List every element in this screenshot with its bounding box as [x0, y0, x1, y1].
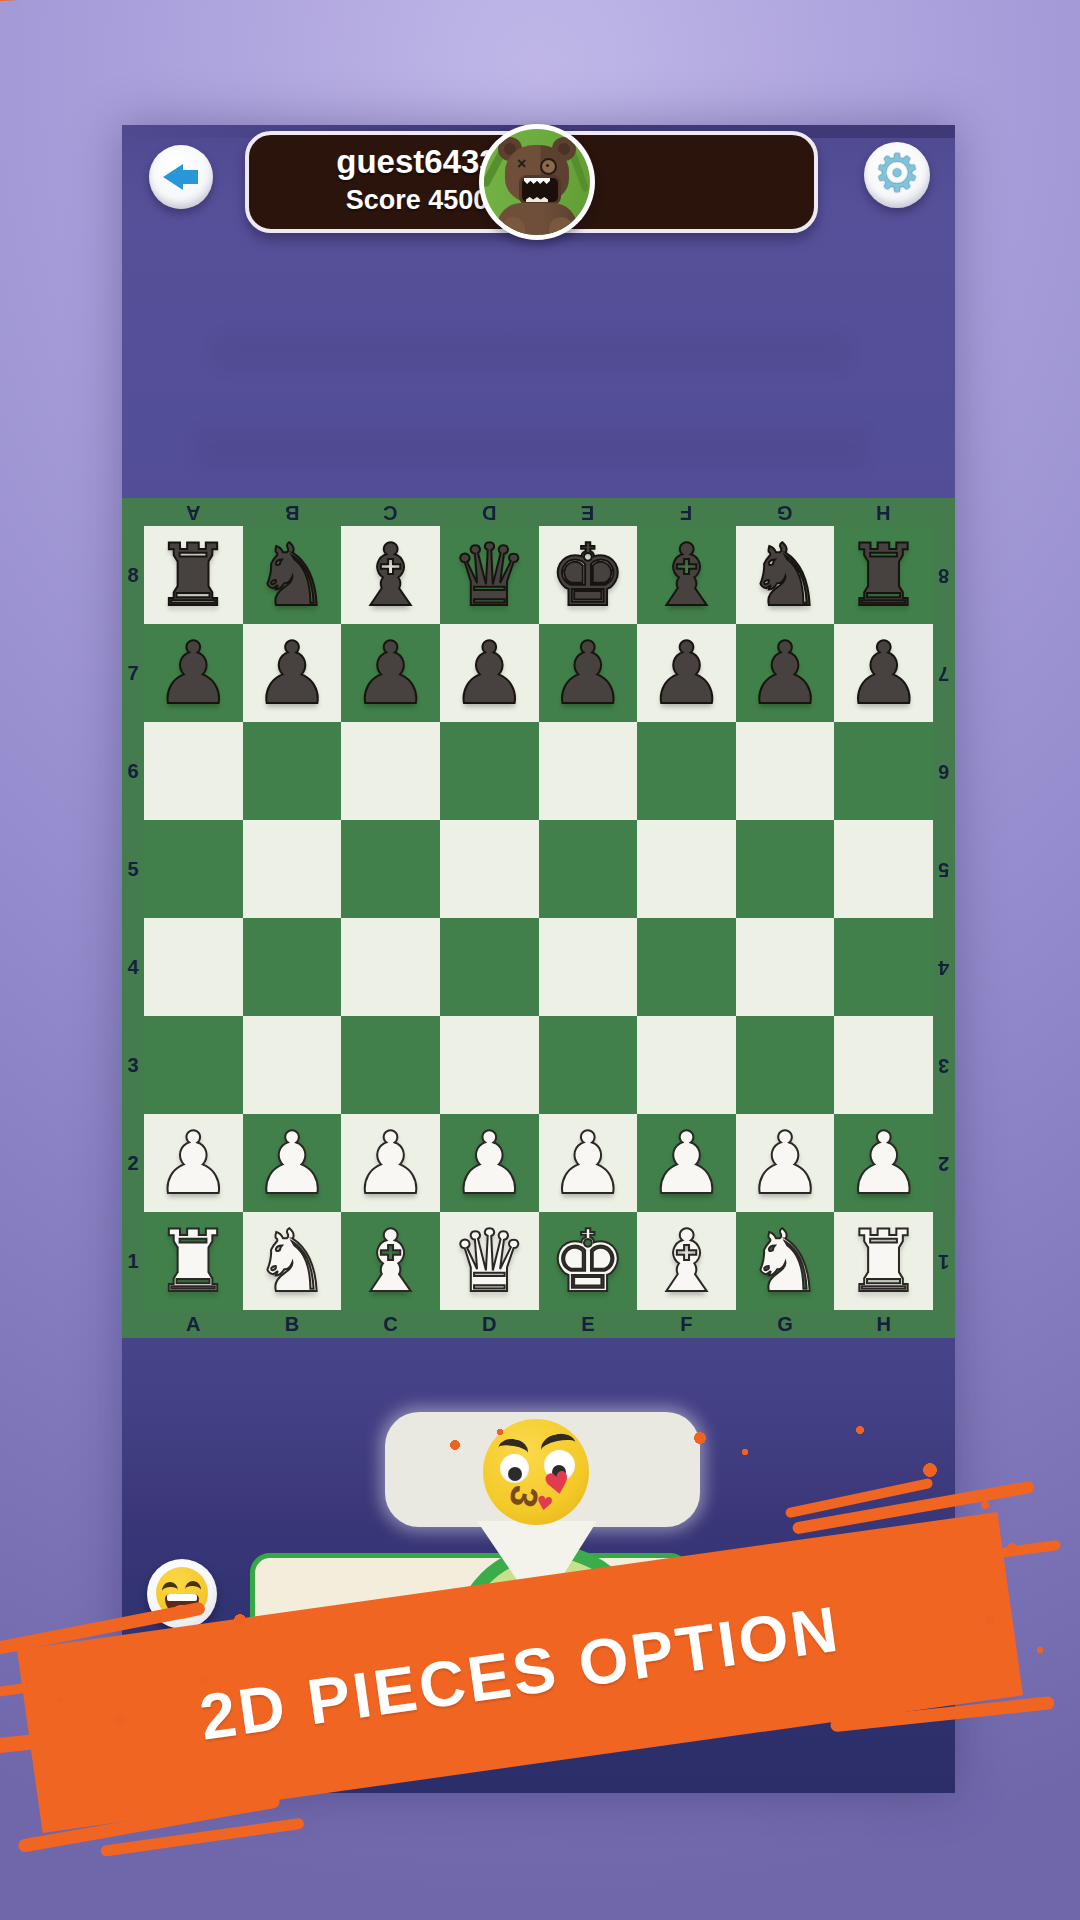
piece-white-pawn: ♟ — [736, 1114, 835, 1212]
player-avatar: × — [479, 124, 595, 240]
piece-white-pawn: ♟ — [440, 1114, 539, 1212]
board-corner — [122, 1310, 144, 1338]
rank-label-left-5: 5 — [122, 820, 144, 918]
square-b1[interactable]: ♞ — [243, 1212, 342, 1310]
square-d3[interactable] — [440, 1016, 539, 1114]
piece-white-bishop: ♝ — [341, 1212, 440, 1310]
square-h2[interactable]: ♟ — [834, 1114, 933, 1212]
board-corner — [933, 1310, 955, 1338]
piece-white-pawn: ♟ — [637, 1114, 736, 1212]
bear-button-eye — [540, 158, 557, 175]
piece-white-pawn: ♟ — [834, 1114, 933, 1212]
square-f2[interactable]: ♟ — [637, 1114, 736, 1212]
piece-black-pawn: ♟ — [341, 624, 440, 722]
heart-icon: ♥ — [534, 1491, 555, 1516]
square-f5[interactable] — [637, 820, 736, 918]
kissing-face-emoji-icon: 3 ♥ ♥ — [483, 1419, 589, 1525]
piece-white-rook: ♜ — [144, 1212, 243, 1310]
square-d6[interactable] — [440, 722, 539, 820]
square-h6[interactable] — [834, 722, 933, 820]
chess-board: ABCDEFGH8♜♞♝♛♚♝♞♜87♟♟♟♟♟♟♟♟7665544332♟♟♟… — [122, 498, 955, 1338]
square-e3[interactable] — [539, 1016, 638, 1114]
square-c7[interactable]: ♟ — [341, 624, 440, 722]
piece-black-queen: ♛ — [440, 526, 539, 624]
rank-label-left-3: 3 — [122, 1016, 144, 1114]
square-b3[interactable] — [243, 1016, 342, 1114]
piece-black-pawn: ♟ — [736, 624, 835, 722]
piece-white-pawn: ♟ — [144, 1114, 243, 1212]
piece-white-bishop: ♝ — [637, 1212, 736, 1310]
square-c8[interactable]: ♝ — [341, 526, 440, 624]
piece-black-pawn: ♟ — [243, 624, 342, 722]
piece-black-pawn: ♟ — [637, 624, 736, 722]
square-e1[interactable]: ♚ — [539, 1212, 638, 1310]
square-g5[interactable] — [736, 820, 835, 918]
bear-x-eye: × — [517, 155, 526, 173]
rank-label-right-6: 6 — [933, 722, 955, 820]
piece-white-king: ♚ — [539, 1212, 638, 1310]
file-label-top-c: C — [341, 498, 440, 526]
rank-label-left-1: 1 — [122, 1212, 144, 1310]
square-g3[interactable] — [736, 1016, 835, 1114]
square-c4[interactable] — [341, 918, 440, 1016]
file-label-top-b: B — [243, 498, 342, 526]
square-g1[interactable]: ♞ — [736, 1212, 835, 1310]
square-e8[interactable]: ♚ — [539, 526, 638, 624]
square-e4[interactable] — [539, 918, 638, 1016]
square-c1[interactable]: ♝ — [341, 1212, 440, 1310]
square-h1[interactable]: ♜ — [834, 1212, 933, 1310]
piece-black-pawn: ♟ — [144, 624, 243, 722]
square-d4[interactable] — [440, 918, 539, 1016]
promo-banner-text: 2D PIECES OPTION — [195, 1591, 844, 1754]
bear-mouth — [519, 175, 561, 205]
piece-black-pawn: ♟ — [539, 624, 638, 722]
square-f4[interactable] — [637, 918, 736, 1016]
square-e7[interactable]: ♟ — [539, 624, 638, 722]
square-a2[interactable]: ♟ — [144, 1114, 243, 1212]
square-h7[interactable]: ♟ — [834, 624, 933, 722]
square-c6[interactable] — [341, 722, 440, 820]
piece-white-pawn: ♟ — [341, 1114, 440, 1212]
square-e2[interactable]: ♟ — [539, 1114, 638, 1212]
rank-label-right-5: 5 — [933, 820, 955, 918]
piece-white-queen: ♛ — [440, 1212, 539, 1310]
file-label-bottom-c: C — [341, 1310, 440, 1338]
file-label-top-d: D — [440, 498, 539, 526]
piece-black-bishop: ♝ — [637, 526, 736, 624]
square-f3[interactable] — [637, 1016, 736, 1114]
square-b7[interactable]: ♟ — [243, 624, 342, 722]
board-corner — [122, 498, 144, 526]
piece-black-king: ♚ — [539, 526, 638, 624]
file-label-bottom-d: D — [440, 1310, 539, 1338]
square-a6[interactable] — [144, 722, 243, 820]
back-arrow-icon — [163, 164, 183, 190]
file-label-bottom-f: F — [637, 1310, 736, 1338]
square-c5[interactable] — [341, 820, 440, 918]
piece-black-bishop: ♝ — [341, 526, 440, 624]
square-d8[interactable]: ♛ — [440, 526, 539, 624]
square-e6[interactable] — [539, 722, 638, 820]
piece-white-knight: ♞ — [243, 1212, 342, 1310]
square-g7[interactable]: ♟ — [736, 624, 835, 722]
square-f7[interactable]: ♟ — [637, 624, 736, 722]
square-g6[interactable] — [736, 722, 835, 820]
settings-button[interactable]: ⚙ — [864, 142, 930, 208]
square-a7[interactable]: ♟ — [144, 624, 243, 722]
background-ghost-text — [192, 425, 872, 471]
rank-label-left-2: 2 — [122, 1114, 144, 1212]
square-a1[interactable]: ♜ — [144, 1212, 243, 1310]
square-h4[interactable] — [834, 918, 933, 1016]
square-a3[interactable] — [144, 1016, 243, 1114]
square-d7[interactable]: ♟ — [440, 624, 539, 722]
piece-white-rook: ♜ — [834, 1212, 933, 1310]
piece-black-pawn: ♟ — [440, 624, 539, 722]
piece-black-rook: ♜ — [144, 526, 243, 624]
square-b8[interactable]: ♞ — [243, 526, 342, 624]
file-label-top-a: A — [144, 498, 243, 526]
piece-black-knight: ♞ — [736, 526, 835, 624]
square-b5[interactable] — [243, 820, 342, 918]
piece-white-pawn: ♟ — [243, 1114, 342, 1212]
rank-label-right-1: 1 — [933, 1212, 955, 1310]
rank-label-right-3: 3 — [933, 1016, 955, 1114]
file-label-top-e: E — [539, 498, 638, 526]
square-d2[interactable]: ♟ — [440, 1114, 539, 1212]
square-b6[interactable] — [243, 722, 342, 820]
square-b4[interactable] — [243, 918, 342, 1016]
file-label-bottom-e: E — [539, 1310, 638, 1338]
file-label-bottom-h: H — [834, 1310, 933, 1338]
piece-black-pawn: ♟ — [834, 624, 933, 722]
file-label-bottom-a: A — [144, 1310, 243, 1338]
square-a4[interactable] — [144, 918, 243, 1016]
square-g8[interactable]: ♞ — [736, 526, 835, 624]
square-e5[interactable] — [539, 820, 638, 918]
square-d5[interactable] — [440, 820, 539, 918]
square-g2[interactable]: ♟ — [736, 1114, 835, 1212]
rank-label-right-8: 8 — [933, 526, 955, 624]
square-d1[interactable]: ♛ — [440, 1212, 539, 1310]
rank-label-left-7: 7 — [122, 624, 144, 722]
rank-label-right-7: 7 — [933, 624, 955, 722]
square-f8[interactable]: ♝ — [637, 526, 736, 624]
piece-black-rook: ♜ — [834, 526, 933, 624]
piece-white-knight: ♞ — [736, 1212, 835, 1310]
square-f1[interactable]: ♝ — [637, 1212, 736, 1310]
square-c3[interactable] — [341, 1016, 440, 1114]
file-label-bottom-b: B — [243, 1310, 342, 1338]
rank-label-left-4: 4 — [122, 918, 144, 1016]
file-label-top-g: G — [736, 498, 835, 526]
square-c2[interactable]: ♟ — [341, 1114, 440, 1212]
rank-label-left-6: 6 — [122, 722, 144, 820]
rank-label-right-2: 2 — [933, 1114, 955, 1212]
piece-black-knight: ♞ — [243, 526, 342, 624]
file-label-top-h: H — [834, 498, 933, 526]
screen: guest6433 Score 4500 × — [0, 0, 1080, 1920]
square-h8[interactable]: ♜ — [834, 526, 933, 624]
file-label-top-f: F — [637, 498, 736, 526]
bear-avatar-icon: × — [484, 129, 590, 235]
background-ghost-text — [212, 330, 852, 372]
square-g4[interactable] — [736, 918, 835, 1016]
rank-label-right-4: 4 — [933, 918, 955, 1016]
square-a8[interactable]: ♜ — [144, 526, 243, 624]
back-button[interactable] — [149, 145, 213, 209]
square-f6[interactable] — [637, 722, 736, 820]
square-h3[interactable] — [834, 1016, 933, 1114]
file-label-bottom-g: G — [736, 1310, 835, 1338]
square-a5[interactable] — [144, 820, 243, 918]
rank-label-left-8: 8 — [122, 526, 144, 624]
piece-white-pawn: ♟ — [539, 1114, 638, 1212]
square-b2[interactable]: ♟ — [243, 1114, 342, 1212]
square-h5[interactable] — [834, 820, 933, 918]
board-corner — [933, 498, 955, 526]
gear-icon: ⚙ — [864, 140, 930, 206]
